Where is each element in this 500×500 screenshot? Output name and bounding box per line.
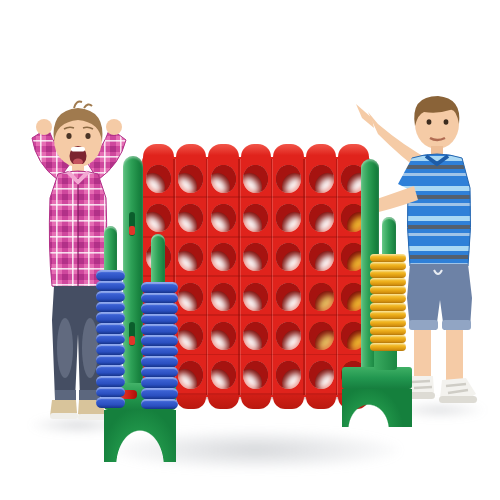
board-cell-r1-c2	[175, 159, 208, 198]
blue-disc	[141, 293, 178, 304]
boy-cuff-right	[442, 320, 471, 330]
boy-sole-right	[439, 396, 477, 403]
boy-leg-left	[414, 330, 431, 378]
release-slider-upper	[129, 226, 135, 235]
empty-hole	[276, 165, 301, 193]
blue-disc	[96, 302, 125, 313]
board-cell-r1-c6	[305, 159, 338, 198]
foot-bar	[342, 367, 412, 389]
blue-disc	[141, 335, 178, 346]
blue-disc	[96, 387, 125, 398]
board-top-scallop	[142, 144, 370, 159]
storage-peg-left-front	[151, 234, 165, 288]
blue-disc	[141, 324, 178, 335]
girl-left-hand	[36, 119, 52, 135]
scallop-bump	[208, 144, 239, 159]
scallop-bump	[176, 144, 207, 159]
board-cell-r2-c4	[240, 198, 273, 237]
board-cell-r6-c6	[305, 356, 338, 395]
blue-disc	[141, 346, 178, 357]
empty-hole	[178, 322, 203, 350]
blue-disc	[141, 314, 178, 325]
empty-hole	[276, 322, 301, 350]
blue-disc-stack-rear	[96, 270, 125, 408]
blue-disc	[96, 312, 125, 323]
scallop-bump	[306, 144, 337, 159]
empty-hole	[178, 165, 203, 193]
scallop-bump	[241, 395, 272, 409]
empty-hole	[309, 322, 334, 350]
girl-cuff-left	[55, 390, 76, 400]
yellow-disc	[370, 270, 406, 278]
empty-hole	[211, 165, 236, 193]
blue-disc	[96, 281, 125, 292]
empty-hole	[146, 165, 171, 193]
empty-hole	[243, 283, 268, 311]
boy-cuff-left	[409, 320, 438, 330]
blue-disc	[96, 355, 125, 366]
board-cell-r4-c2	[175, 277, 208, 316]
board-cell-r5-c5	[272, 316, 305, 355]
empty-hole	[309, 361, 334, 389]
blue-disc	[141, 282, 178, 293]
empty-hole	[276, 361, 301, 389]
board-cell-r3-c3	[207, 238, 240, 277]
scallop-bump	[143, 144, 174, 159]
board-cell-r5-c4	[240, 316, 273, 355]
board-cell-r6-c5	[272, 356, 305, 395]
release-slider-slot-lower	[129, 322, 135, 346]
blue-disc	[96, 344, 125, 355]
scallop-bump	[273, 395, 304, 409]
board-cell-r2-c6	[305, 198, 338, 237]
yellow-disc	[370, 303, 406, 311]
empty-hole	[178, 204, 203, 232]
right-stack-base	[374, 348, 397, 370]
board-cell-r4-c3	[207, 277, 240, 316]
girl-right-hand	[106, 119, 122, 135]
blue-disc	[141, 367, 178, 378]
empty-hole	[309, 243, 334, 271]
scallop-bump	[338, 144, 369, 159]
empty-hole	[309, 283, 334, 311]
yellow-disc	[370, 278, 406, 286]
board-cell-r1-c1	[142, 159, 175, 198]
board-cell-r1-c5	[272, 159, 305, 198]
boy-eye-right	[444, 119, 449, 125]
girl-teeth	[71, 147, 85, 152]
empty-hole	[243, 243, 268, 271]
girl-sole-left	[50, 413, 78, 419]
empty-hole	[276, 204, 301, 232]
blue-disc	[96, 291, 125, 302]
board-cell-r3-c4	[240, 238, 273, 277]
yellow-disc	[370, 254, 406, 262]
blue-disc	[141, 399, 178, 410]
empty-hole	[276, 243, 301, 271]
yellow-disc	[370, 343, 406, 351]
empty-hole	[309, 204, 334, 232]
release-slider-lower	[129, 336, 135, 345]
empty-hole	[178, 243, 203, 271]
blue-disc-stack-front	[141, 282, 178, 409]
empty-hole	[211, 361, 236, 389]
blue-disc	[141, 356, 178, 367]
scallop-bump	[241, 144, 272, 159]
board-cell-r4-c5	[272, 277, 305, 316]
empty-hole	[243, 204, 268, 232]
blue-disc	[96, 397, 125, 408]
board-cell-r2-c3	[207, 198, 240, 237]
empty-hole	[243, 322, 268, 350]
yellow-disc	[370, 286, 406, 294]
board-cell-r5-c6	[305, 316, 338, 355]
blue-disc	[141, 377, 178, 388]
blue-disc	[141, 303, 178, 314]
frame-post-left	[123, 156, 143, 418]
yellow-disc-stack	[370, 254, 406, 351]
release-slider-slot-upper	[129, 212, 135, 236]
empty-hole	[243, 361, 268, 389]
blue-disc	[96, 376, 125, 387]
blue-disc	[141, 388, 178, 399]
blue-disc	[96, 334, 125, 345]
yellow-disc	[370, 294, 406, 302]
board-cell-r5-c2	[175, 316, 208, 355]
empty-hole	[243, 165, 268, 193]
empty-hole	[211, 283, 236, 311]
storage-peg-right	[382, 217, 396, 259]
board-cell-r5-c3	[207, 316, 240, 355]
board-cell-r2-c5	[272, 198, 305, 237]
scallop-bump	[306, 395, 337, 409]
yellow-disc	[370, 327, 406, 335]
blue-disc	[96, 270, 125, 281]
girl-hair-wisp	[74, 102, 92, 108]
board-cell-r2-c2	[175, 198, 208, 237]
board-cell-r4-c6	[305, 277, 338, 316]
foot-arch	[104, 410, 176, 462]
empty-hole	[178, 283, 203, 311]
empty-hole	[178, 361, 203, 389]
board-cell-r4-c4	[240, 277, 273, 316]
scallop-bump	[273, 144, 304, 159]
blue-disc	[96, 323, 125, 334]
empty-hole	[211, 204, 236, 232]
boy-leg-right	[446, 330, 463, 382]
boy-eye-left	[427, 119, 432, 125]
empty-hole	[211, 243, 236, 271]
girl-eye-right	[85, 133, 90, 139]
empty-hole	[211, 322, 236, 350]
board-cell-r3-c5	[272, 238, 305, 277]
board-cell-r3-c2	[175, 238, 208, 277]
board-cell-r2-c1	[142, 198, 175, 237]
girl-eye-left	[66, 133, 71, 139]
board-cell-r6-c2	[175, 356, 208, 395]
foot-arch	[342, 389, 412, 427]
board-cell-r3-c6	[305, 238, 338, 277]
board-cell-r1-c3	[207, 159, 240, 198]
board-cell-r1-c4	[240, 159, 273, 198]
storage-peg-left-rear	[104, 226, 117, 276]
yellow-disc	[370, 262, 406, 270]
empty-hole	[309, 165, 334, 193]
empty-hole	[146, 204, 171, 232]
frame-foot-right	[342, 367, 412, 427]
scallop-bump	[176, 395, 207, 409]
board-cell-r6-c4	[240, 356, 273, 395]
yellow-disc	[370, 319, 406, 327]
blue-disc	[96, 365, 125, 376]
yellow-disc	[370, 335, 406, 343]
board-cell-r6-c3	[207, 356, 240, 395]
yellow-disc	[370, 311, 406, 319]
girl-jeans-fade-left	[57, 318, 73, 378]
empty-hole	[276, 283, 301, 311]
girl-sole-right	[78, 414, 106, 420]
product-photo-scene	[0, 0, 500, 500]
scallop-bump	[208, 395, 239, 409]
